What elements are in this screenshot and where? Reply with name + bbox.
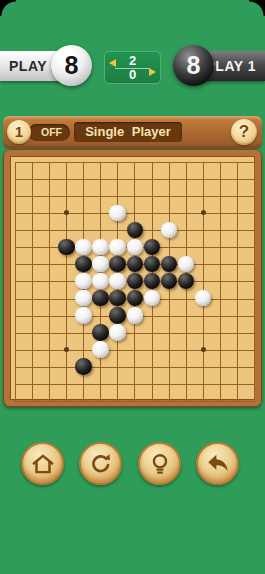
stone-white	[75, 307, 92, 324]
mode-label: Single Player	[74, 122, 182, 142]
stone-black	[75, 358, 92, 375]
board-panel[interactable]	[3, 149, 262, 407]
hint-button[interactable]	[138, 442, 181, 485]
star-point	[201, 347, 206, 352]
stone-black	[109, 290, 126, 307]
restart-button[interactable]	[79, 442, 122, 485]
stone-black	[144, 256, 161, 273]
stone-black	[58, 239, 75, 256]
board-grid[interactable]	[15, 162, 255, 402]
stone-black	[92, 324, 109, 341]
turn-badge[interactable]: 1	[7, 120, 31, 144]
star-point	[64, 210, 69, 215]
score-right-arrow-icon[interactable]	[149, 68, 156, 76]
stone-white	[144, 290, 161, 307]
undo-button[interactable]	[196, 442, 239, 485]
player2-stone-ball: 8	[51, 45, 92, 86]
sound-toggle[interactable]: OFF	[28, 124, 70, 141]
home-button[interactable]	[21, 442, 64, 485]
stone-black	[161, 273, 178, 290]
stone-black	[127, 256, 144, 273]
score-top: 2	[105, 53, 160, 68]
stone-white	[178, 256, 195, 273]
stone-white	[127, 239, 144, 256]
stone-black	[109, 307, 126, 324]
stone-white	[109, 205, 126, 222]
stone-white	[195, 290, 212, 307]
star-point	[64, 347, 69, 352]
stone-white	[92, 341, 109, 358]
device-corner	[0, 0, 16, 16]
score-box: 2 0	[104, 51, 161, 84]
stone-white	[161, 222, 178, 239]
stone-black	[178, 273, 195, 290]
stone-white	[109, 324, 126, 341]
stone-black	[161, 256, 178, 273]
gomoku-app: { "game": "Gomoku (Five in a Row)", "hea…	[0, 0, 265, 574]
stone-white	[92, 239, 109, 256]
device-corner	[249, 0, 265, 16]
stone-white	[75, 273, 92, 290]
star-point	[201, 210, 206, 215]
stone-black	[92, 290, 109, 307]
stone-white	[109, 239, 126, 256]
stone-black	[144, 273, 161, 290]
stone-white	[75, 290, 92, 307]
stone-black	[127, 273, 144, 290]
help-button[interactable]: ?	[231, 119, 257, 145]
stone-black	[75, 256, 92, 273]
stone-white	[75, 239, 92, 256]
stone-white	[92, 256, 109, 273]
stone-white	[109, 273, 126, 290]
stone-black	[127, 290, 144, 307]
stone-black	[127, 222, 144, 239]
stone-black	[144, 239, 161, 256]
stone-white	[127, 307, 144, 324]
toolbar: OFF 1 Single Player ?	[3, 116, 262, 148]
stone-black	[109, 256, 126, 273]
player1-stone-ball: 8	[173, 45, 214, 86]
stone-white	[92, 273, 109, 290]
